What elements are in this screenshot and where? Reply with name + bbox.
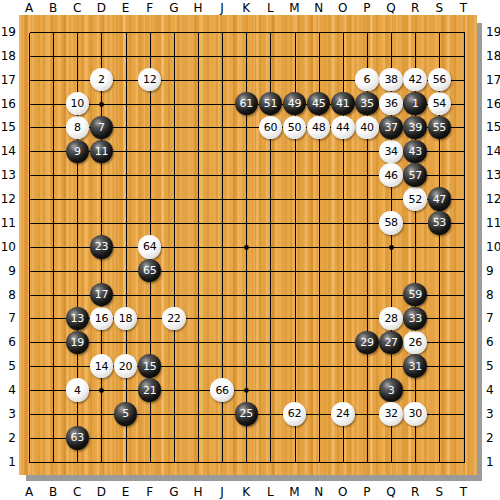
row-label-right: 2 (486, 431, 500, 445)
col-label-bottom: M (286, 485, 304, 499)
stone: 26 (403, 331, 427, 355)
stone-number: 2 (98, 74, 105, 85)
stone: 37 (379, 116, 403, 140)
row-label-left: 15 (0, 120, 16, 134)
stone: 21 (138, 378, 162, 402)
stone-number: 15 (143, 361, 156, 372)
row-label-right: 12 (486, 192, 500, 206)
col-label-bottom: D (92, 485, 110, 499)
stone-number: 17 (95, 289, 108, 300)
col-label-top: H (189, 1, 207, 15)
stone: 9 (66, 140, 90, 164)
row-label-left: 2 (0, 431, 16, 445)
stone: 63 (66, 426, 90, 450)
stone-number: 62 (288, 408, 301, 419)
stone-number: 48 (312, 122, 325, 133)
stone-number: 53 (433, 217, 446, 228)
stone: 39 (403, 116, 427, 140)
stone-number: 60 (264, 122, 277, 133)
row-label-right: 14 (486, 144, 500, 158)
stone-number: 33 (409, 313, 422, 324)
stone-number: 47 (433, 194, 446, 205)
col-label-bottom: E (117, 485, 135, 499)
col-label-bottom: N (310, 485, 328, 499)
stone: 19 (66, 331, 90, 355)
stone-number: 44 (336, 122, 349, 133)
row-label-left: 4 (0, 383, 16, 397)
stone-number: 52 (409, 194, 422, 205)
row-label-left: 11 (0, 216, 16, 230)
row-label-left: 17 (0, 73, 16, 87)
stone-number: 32 (384, 408, 397, 419)
col-label-bottom: O (334, 485, 352, 499)
stone-number: 50 (288, 122, 301, 133)
stone-number: 51 (264, 98, 277, 109)
stone-number: 23 (95, 241, 108, 252)
stone-number: 58 (384, 217, 397, 228)
stone: 64 (138, 235, 162, 259)
col-label-top: A (20, 1, 38, 15)
stone-number: 5 (122, 408, 129, 419)
row-label-right: 6 (486, 335, 500, 349)
stone: 11 (90, 140, 114, 164)
stone-number: 46 (384, 170, 397, 181)
col-label-top: E (117, 1, 135, 15)
stone: 24 (331, 402, 355, 426)
row-label-left: 18 (0, 49, 16, 63)
stone-number: 19 (71, 337, 84, 348)
col-label-bottom: B (44, 485, 62, 499)
stone-number: 41 (336, 98, 349, 109)
row-label-right: 8 (486, 288, 500, 302)
col-label-top: C (68, 1, 86, 15)
stone: 52 (403, 187, 427, 211)
row-label-right: 4 (486, 383, 500, 397)
col-label-top: G (165, 1, 183, 15)
row-label-left: 16 (0, 97, 16, 111)
stone-number: 24 (336, 408, 349, 419)
star-point (244, 245, 249, 250)
col-label-top: M (286, 1, 304, 15)
stone: 34 (379, 140, 403, 164)
col-label-top: K (237, 1, 255, 15)
stone-number: 43 (409, 146, 422, 157)
stone: 47 (428, 187, 452, 211)
stone: 6 (355, 68, 379, 92)
row-label-right: 19 (486, 25, 500, 39)
col-label-top: L (261, 1, 279, 15)
stone: 27 (379, 331, 403, 355)
col-label-top: P (358, 1, 376, 15)
col-label-bottom: P (358, 485, 376, 499)
stone-number: 27 (384, 337, 397, 348)
row-label-right: 18 (486, 49, 500, 63)
stone-number: 54 (433, 98, 446, 109)
row-label-left: 5 (0, 359, 16, 373)
stone-number: 38 (384, 74, 397, 85)
stone-number: 6 (364, 74, 371, 85)
stone: 44 (331, 116, 355, 140)
stone-number: 4 (74, 385, 81, 396)
go-kifu-page: 1234567891011121314151617181920212223242… (0, 0, 500, 500)
stone-number: 1 (412, 98, 419, 109)
stone-number: 65 (143, 265, 156, 276)
stone: 3 (379, 378, 403, 402)
stone: 22 (162, 307, 186, 331)
stone: 31 (403, 354, 427, 378)
stone: 4 (66, 378, 90, 402)
stone: 58 (379, 211, 403, 235)
col-label-top: Q (382, 1, 400, 15)
stone: 43 (403, 140, 427, 164)
col-label-bottom: K (237, 485, 255, 499)
stone-number: 8 (74, 122, 81, 133)
stone-number: 30 (409, 408, 422, 419)
col-label-bottom: S (430, 485, 448, 499)
row-label-left: 10 (0, 240, 16, 254)
col-label-top: S (430, 1, 448, 15)
star-point (99, 388, 104, 393)
stone-number: 18 (119, 313, 132, 324)
stone-number: 25 (240, 408, 253, 419)
row-label-right: 13 (486, 168, 500, 182)
row-label-left: 8 (0, 288, 16, 302)
stone-number: 20 (119, 361, 132, 372)
col-label-bottom: R (406, 485, 424, 499)
col-label-bottom: H (189, 485, 207, 499)
stone-number: 22 (167, 313, 180, 324)
col-label-top: N (310, 1, 328, 15)
stone: 28 (379, 307, 403, 331)
stone: 41 (331, 92, 355, 116)
col-label-top: F (141, 1, 159, 15)
stone: 62 (283, 402, 307, 426)
stone: 46 (379, 163, 403, 187)
stone-number: 63 (71, 432, 84, 443)
row-label-right: 9 (486, 264, 500, 278)
stone-number: 64 (143, 241, 156, 252)
row-label-right: 7 (486, 311, 500, 325)
col-label-bottom: J (213, 485, 231, 499)
col-label-bottom: L (261, 485, 279, 499)
stone-number: 36 (384, 98, 397, 109)
col-label-top: J (213, 1, 231, 15)
stone-number: 42 (409, 74, 422, 85)
stone-number: 14 (95, 361, 108, 372)
stone: 59 (403, 283, 427, 307)
stone-number: 10 (71, 98, 84, 109)
stone-number: 9 (74, 146, 81, 157)
stone: 29 (355, 331, 379, 355)
col-label-top: O (334, 1, 352, 15)
row-label-left: 1 (0, 455, 16, 469)
stone-number: 35 (360, 98, 373, 109)
stone: 13 (66, 307, 90, 331)
star-point (244, 388, 249, 393)
stone: 40 (355, 116, 379, 140)
stone-number: 31 (409, 361, 422, 372)
stone-number: 13 (71, 313, 84, 324)
stone-number: 21 (143, 385, 156, 396)
stone: 32 (379, 402, 403, 426)
row-label-left: 9 (0, 264, 16, 278)
col-label-top: B (44, 1, 62, 15)
stone-number: 40 (360, 122, 373, 133)
col-label-bottom: T (455, 485, 473, 499)
stone-number: 11 (95, 146, 108, 157)
stone-number: 3 (388, 385, 395, 396)
row-label-left: 12 (0, 192, 16, 206)
stone-number: 16 (95, 313, 108, 324)
stone: 57 (403, 163, 427, 187)
stone: 14 (90, 354, 114, 378)
row-label-left: 13 (0, 168, 16, 182)
star-point (99, 102, 104, 107)
row-label-left: 3 (0, 407, 16, 421)
stone-number: 34 (384, 146, 397, 157)
stone: 5 (114, 402, 138, 426)
stone: 35 (355, 92, 379, 116)
col-label-top: D (92, 1, 110, 15)
col-label-bottom: F (141, 485, 159, 499)
stone: 8 (66, 116, 90, 140)
row-label-left: 6 (0, 335, 16, 349)
stone: 33 (403, 307, 427, 331)
stone-number: 39 (409, 122, 422, 133)
stone-number: 45 (312, 98, 325, 109)
stone: 30 (403, 402, 427, 426)
stone-number: 61 (240, 98, 253, 109)
stone-number: 7 (98, 122, 105, 133)
stone: 66 (210, 378, 234, 402)
col-label-bottom: C (68, 485, 86, 499)
stone-number: 49 (288, 98, 301, 109)
col-label-bottom: G (165, 485, 183, 499)
stone-number: 12 (143, 74, 156, 85)
stone: 20 (114, 354, 138, 378)
stone-number: 66 (215, 385, 228, 396)
stone-number: 55 (433, 122, 446, 133)
row-label-left: 7 (0, 311, 16, 325)
stone-number: 56 (433, 74, 446, 85)
row-label-right: 15 (486, 120, 500, 134)
stone-number: 28 (384, 313, 397, 324)
row-label-right: 10 (486, 240, 500, 254)
go-board[interactable]: 1234567891011121314151617181920212223242… (19, 15, 477, 475)
stone-number: 29 (360, 337, 373, 348)
row-label-right: 1 (486, 455, 500, 469)
row-label-left: 14 (0, 144, 16, 158)
row-label-right: 16 (486, 97, 500, 111)
stone: 53 (428, 211, 452, 235)
stone: 23 (90, 235, 114, 259)
row-label-right: 17 (486, 73, 500, 87)
col-label-bottom: A (20, 485, 38, 499)
row-label-right: 11 (486, 216, 500, 230)
stone: 25 (235, 402, 259, 426)
stone-number: 59 (409, 289, 422, 300)
row-label-left: 19 (0, 25, 16, 39)
stone-number: 37 (384, 122, 397, 133)
col-label-top: R (406, 1, 424, 15)
stone-number: 26 (409, 337, 422, 348)
col-label-bottom: Q (382, 485, 400, 499)
row-label-right: 3 (486, 407, 500, 421)
star-point (389, 245, 394, 250)
col-label-top: T (455, 1, 473, 15)
row-label-right: 5 (486, 359, 500, 373)
stone: 36 (379, 92, 403, 116)
stone-number: 57 (409, 170, 422, 181)
